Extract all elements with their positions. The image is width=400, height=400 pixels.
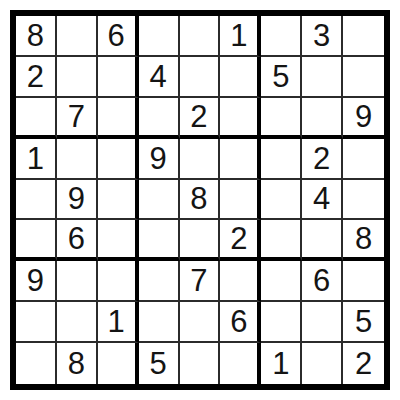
cell-r1c6-given[interactable]: 1 <box>220 16 261 57</box>
cell-r6c5-empty[interactable] <box>180 220 221 261</box>
cell-r2c1-given[interactable]: 2 <box>16 57 57 98</box>
sudoku-board: 86132457291929846289761658512 <box>10 10 390 390</box>
cell-r1c1-given[interactable]: 8 <box>16 16 57 57</box>
cell-r7c7-empty[interactable] <box>261 261 302 302</box>
cell-r6c6-given[interactable]: 2 <box>220 220 261 261</box>
cell-r6c7-empty[interactable] <box>261 220 302 261</box>
cell-r8c5-empty[interactable] <box>180 302 221 343</box>
cell-r3c8-empty[interactable] <box>302 98 343 139</box>
cell-r9c6-empty[interactable] <box>220 343 261 384</box>
cell-r1c2-empty[interactable] <box>57 16 98 57</box>
cell-r3c5-given[interactable]: 2 <box>180 98 221 139</box>
cell-r2c2-empty[interactable] <box>57 57 98 98</box>
cell-r4c7-empty[interactable] <box>261 139 302 180</box>
cell-r9c2-given[interactable]: 8 <box>57 343 98 384</box>
cell-r3c3-empty[interactable] <box>98 98 139 139</box>
cell-r8c9-given[interactable]: 5 <box>343 302 384 343</box>
cell-r5c5-given[interactable]: 8 <box>180 180 221 221</box>
cell-r2c5-empty[interactable] <box>180 57 221 98</box>
cell-r7c5-given[interactable]: 7 <box>180 261 221 302</box>
cell-r5c4-empty[interactable] <box>139 180 180 221</box>
cell-r4c2-empty[interactable] <box>57 139 98 180</box>
cell-r3c2-given[interactable]: 7 <box>57 98 98 139</box>
cell-r3c7-empty[interactable] <box>261 98 302 139</box>
cell-r1c8-given[interactable]: 3 <box>302 16 343 57</box>
cell-r5c9-empty[interactable] <box>343 180 384 221</box>
cell-r9c9-given[interactable]: 2 <box>343 343 384 384</box>
cell-r2c9-empty[interactable] <box>343 57 384 98</box>
cell-r3c6-empty[interactable] <box>220 98 261 139</box>
cell-r2c4-given[interactable]: 4 <box>139 57 180 98</box>
cell-r1c7-empty[interactable] <box>261 16 302 57</box>
cell-r3c1-empty[interactable] <box>16 98 57 139</box>
cell-r1c9-empty[interactable] <box>343 16 384 57</box>
cell-r1c3-given[interactable]: 6 <box>98 16 139 57</box>
cell-r5c1-empty[interactable] <box>16 180 57 221</box>
cell-r7c1-given[interactable]: 9 <box>16 261 57 302</box>
cell-r4c4-given[interactable]: 9 <box>139 139 180 180</box>
cell-r5c3-empty[interactable] <box>98 180 139 221</box>
cell-r2c6-empty[interactable] <box>220 57 261 98</box>
cell-r1c5-empty[interactable] <box>180 16 221 57</box>
cell-r9c3-empty[interactable] <box>98 343 139 384</box>
cell-r4c1-given[interactable]: 1 <box>16 139 57 180</box>
cell-r7c2-empty[interactable] <box>57 261 98 302</box>
cell-r5c7-empty[interactable] <box>261 180 302 221</box>
cell-r6c2-given[interactable]: 6 <box>57 220 98 261</box>
cell-r8c6-given[interactable]: 6 <box>220 302 261 343</box>
cell-r4c9-empty[interactable] <box>343 139 384 180</box>
cell-r8c4-empty[interactable] <box>139 302 180 343</box>
cell-r6c3-empty[interactable] <box>98 220 139 261</box>
cell-r5c6-empty[interactable] <box>220 180 261 221</box>
cell-r9c5-empty[interactable] <box>180 343 221 384</box>
cell-r8c8-empty[interactable] <box>302 302 343 343</box>
cell-r6c4-empty[interactable] <box>139 220 180 261</box>
cell-r7c4-empty[interactable] <box>139 261 180 302</box>
cell-r5c8-given[interactable]: 4 <box>302 180 343 221</box>
cell-r7c6-empty[interactable] <box>220 261 261 302</box>
cell-r6c8-empty[interactable] <box>302 220 343 261</box>
cell-r7c3-empty[interactable] <box>98 261 139 302</box>
sudoku-page: 86132457291929846289761658512 <box>0 0 400 400</box>
cell-r8c7-empty[interactable] <box>261 302 302 343</box>
cell-r9c8-empty[interactable] <box>302 343 343 384</box>
cell-r5c2-given[interactable]: 9 <box>57 180 98 221</box>
cell-r9c4-given[interactable]: 5 <box>139 343 180 384</box>
cell-r2c7-given[interactable]: 5 <box>261 57 302 98</box>
cell-r3c9-given[interactable]: 9 <box>343 98 384 139</box>
cell-r4c8-given[interactable]: 2 <box>302 139 343 180</box>
cell-r2c3-empty[interactable] <box>98 57 139 98</box>
cell-r1c4-empty[interactable] <box>139 16 180 57</box>
cell-r8c3-given[interactable]: 1 <box>98 302 139 343</box>
cell-r3c4-empty[interactable] <box>139 98 180 139</box>
cell-r8c2-empty[interactable] <box>57 302 98 343</box>
cell-r6c1-empty[interactable] <box>16 220 57 261</box>
cell-r9c1-empty[interactable] <box>16 343 57 384</box>
cell-r7c9-empty[interactable] <box>343 261 384 302</box>
cell-r4c3-empty[interactable] <box>98 139 139 180</box>
cell-r9c7-given[interactable]: 1 <box>261 343 302 384</box>
cell-r4c6-empty[interactable] <box>220 139 261 180</box>
cell-r2c8-empty[interactable] <box>302 57 343 98</box>
cell-r6c9-given[interactable]: 8 <box>343 220 384 261</box>
cell-r8c1-empty[interactable] <box>16 302 57 343</box>
cell-r7c8-given[interactable]: 6 <box>302 261 343 302</box>
cell-r4c5-empty[interactable] <box>180 139 221 180</box>
